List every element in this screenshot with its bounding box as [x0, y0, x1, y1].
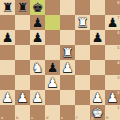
black-pawn[interactable]: ♟ — [45, 60, 60, 75]
white-pawn[interactable]: ♟ — [0, 90, 15, 105]
black-pawn[interactable]: ♟ — [30, 30, 45, 45]
black-rook[interactable]: ♜ — [0, 0, 15, 15]
rank-label-4: 4 — [117, 61, 119, 65]
square-a1[interactable]: a — [0, 105, 15, 120]
black-pawn[interactable]: ♟ — [105, 15, 120, 30]
square-g8[interactable] — [90, 0, 105, 15]
square-g7[interactable] — [90, 15, 105, 30]
chess-board: ♜♜♚8♟♜♟7♟♟♟6♜5♞♟♟4♟3♟♟♟♟♟2abcdef♚g1h — [0, 0, 120, 120]
square-g3[interactable] — [90, 75, 105, 90]
black-pawn[interactable]: ♟ — [0, 30, 15, 45]
square-b7[interactable] — [15, 15, 30, 30]
square-c2[interactable]: ♟ — [30, 90, 45, 105]
file-label-d: d — [46, 116, 48, 120]
square-f1[interactable]: f — [75, 105, 90, 120]
square-b3[interactable] — [15, 75, 30, 90]
white-rook[interactable]: ♜ — [60, 45, 75, 60]
square-h1[interactable]: 1h — [105, 105, 120, 120]
square-f6[interactable] — [75, 30, 90, 45]
square-c5[interactable] — [30, 45, 45, 60]
square-d1[interactable]: d — [45, 105, 60, 120]
square-a6[interactable]: ♟ — [0, 30, 15, 45]
white-pawn[interactable]: ♟ — [30, 90, 45, 105]
white-rook[interactable]: ♜ — [75, 15, 90, 30]
square-e3[interactable] — [60, 75, 75, 90]
black-pawn[interactable]: ♟ — [90, 30, 105, 45]
file-label-a: a — [1, 116, 3, 120]
square-g6[interactable]: ♟ — [90, 30, 105, 45]
black-rook[interactable]: ♜ — [15, 0, 30, 15]
square-h8[interactable]: 8 — [105, 0, 120, 15]
square-c4[interactable]: ♞ — [30, 60, 45, 75]
square-d4[interactable]: ♟ — [45, 60, 60, 75]
rank-label-8: 8 — [117, 1, 119, 5]
rank-label-1: 1 — [117, 106, 119, 110]
black-pawn[interactable]: ♟ — [30, 15, 45, 30]
square-d6[interactable] — [45, 30, 60, 45]
square-c1[interactable]: c — [30, 105, 45, 120]
rank-label-6: 6 — [117, 31, 119, 35]
black-king[interactable]: ♚ — [30, 0, 45, 15]
square-e8[interactable] — [60, 0, 75, 15]
rank-label-5: 5 — [117, 46, 119, 50]
square-d5[interactable] — [45, 45, 60, 60]
square-d7[interactable] — [45, 15, 60, 30]
square-d8[interactable] — [45, 0, 60, 15]
square-b6[interactable] — [15, 30, 30, 45]
square-c3[interactable] — [30, 75, 45, 90]
square-e7[interactable] — [60, 15, 75, 30]
square-b4[interactable] — [15, 60, 30, 75]
square-c7[interactable]: ♟ — [30, 15, 45, 30]
white-pawn[interactable]: ♟ — [45, 75, 60, 90]
rank-label-3: 3 — [117, 76, 119, 80]
file-label-h: h — [106, 116, 108, 120]
square-e6[interactable] — [60, 30, 75, 45]
square-c6[interactable]: ♟ — [30, 30, 45, 45]
square-f8[interactable] — [75, 0, 90, 15]
square-h6[interactable]: 6 — [105, 30, 120, 45]
square-g2[interactable]: ♟ — [90, 90, 105, 105]
square-e4[interactable]: ♟ — [60, 60, 75, 75]
square-b5[interactable] — [15, 45, 30, 60]
square-h5[interactable]: 5 — [105, 45, 120, 60]
white-pawn[interactable]: ♟ — [15, 90, 30, 105]
square-g5[interactable] — [90, 45, 105, 60]
square-f3[interactable] — [75, 75, 90, 90]
square-b2[interactable]: ♟ — [15, 90, 30, 105]
white-knight[interactable]: ♞ — [30, 60, 45, 75]
white-pawn[interactable]: ♟ — [105, 90, 120, 105]
file-label-e: e — [61, 116, 63, 120]
square-b8[interactable]: ♜ — [15, 0, 30, 15]
white-pawn[interactable]: ♟ — [90, 90, 105, 105]
square-a8[interactable]: ♜ — [0, 0, 15, 15]
square-a4[interactable] — [0, 60, 15, 75]
square-d3[interactable]: ♟ — [45, 75, 60, 90]
square-f5[interactable] — [75, 45, 90, 60]
file-label-f: f — [76, 116, 77, 120]
square-c8[interactable]: ♚ — [30, 0, 45, 15]
square-h2[interactable]: ♟2 — [105, 90, 120, 105]
square-g1[interactable]: ♚g — [90, 105, 105, 120]
square-a7[interactable] — [0, 15, 15, 30]
square-f2[interactable] — [75, 90, 90, 105]
square-f4[interactable] — [75, 60, 90, 75]
square-h7[interactable]: ♟7 — [105, 15, 120, 30]
square-e5[interactable]: ♜ — [60, 45, 75, 60]
square-g4[interactable] — [90, 60, 105, 75]
white-pawn[interactable]: ♟ — [60, 60, 75, 75]
square-e2[interactable] — [60, 90, 75, 105]
square-a5[interactable] — [0, 45, 15, 60]
square-b1[interactable]: b — [15, 105, 30, 120]
file-label-b: b — [16, 116, 18, 120]
square-a2[interactable]: ♟ — [0, 90, 15, 105]
square-a3[interactable] — [0, 75, 15, 90]
square-f7[interactable]: ♜ — [75, 15, 90, 30]
square-d2[interactable] — [45, 90, 60, 105]
square-e1[interactable]: e — [60, 105, 75, 120]
square-h3[interactable]: 3 — [105, 75, 120, 90]
white-king[interactable]: ♚ — [90, 105, 105, 120]
file-label-c: c — [31, 116, 33, 120]
square-h4[interactable]: 4 — [105, 60, 120, 75]
